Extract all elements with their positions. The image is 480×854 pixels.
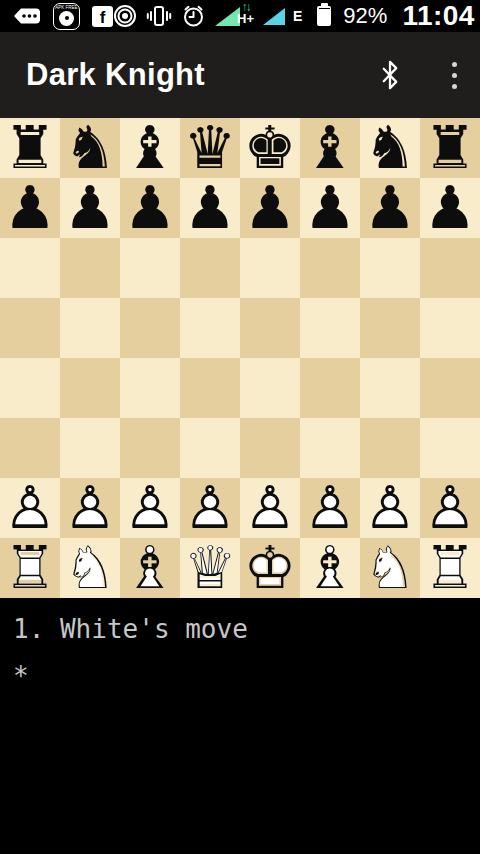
square-e7[interactable]: ♟ — [240, 178, 300, 238]
square-e8[interactable]: ♚ — [240, 118, 300, 178]
square-e5[interactable] — [240, 298, 300, 358]
square-d6[interactable] — [180, 238, 240, 298]
square-d7[interactable]: ♟ — [180, 178, 240, 238]
square-h8[interactable]: ♜ — [420, 118, 480, 178]
white-knight: ♞♘ — [360, 538, 420, 598]
move-list: 1. White's move * — [0, 598, 480, 854]
square-b2[interactable]: ♟♙ — [60, 478, 120, 538]
clock-text: 11:04 — [402, 0, 475, 32]
square-h2[interactable]: ♟♙ — [420, 478, 480, 538]
white-queen: ♛♕ — [180, 538, 240, 598]
square-d5[interactable] — [180, 298, 240, 358]
chat-bubble-icon — [13, 5, 41, 27]
white-pawn: ♟♙ — [60, 478, 120, 538]
square-h6[interactable] — [420, 238, 480, 298]
square-f3[interactable] — [300, 418, 360, 478]
square-d2[interactable]: ♟♙ — [180, 478, 240, 538]
black-pawn: ♟ — [360, 178, 420, 238]
mobile-data-indicator: ↑↓ H+ — [237, 2, 254, 25]
alarm-clock-icon — [181, 4, 206, 28]
square-g5[interactable] — [360, 298, 420, 358]
screen: APK FREE f — [0, 0, 480, 854]
white-pawn: ♟♙ — [360, 478, 420, 538]
black-pawn: ♟ — [120, 178, 180, 238]
black-rook: ♜ — [0, 118, 60, 178]
black-pawn: ♟ — [240, 178, 300, 238]
square-b3[interactable] — [60, 418, 120, 478]
square-c4[interactable] — [120, 358, 180, 418]
white-pawn: ♟♙ — [180, 478, 240, 538]
data-arrows-icon: ↑↓ — [241, 2, 249, 12]
white-knight: ♞♘ — [60, 538, 120, 598]
black-pawn: ♟ — [180, 178, 240, 238]
square-a5[interactable] — [0, 298, 60, 358]
square-b6[interactable] — [60, 238, 120, 298]
black-bishop: ♝ — [300, 118, 360, 178]
white-pawn: ♟♙ — [0, 478, 60, 538]
status-bar: APK FREE f — [0, 0, 480, 32]
square-h1[interactable]: ♜♖ — [420, 538, 480, 598]
bluetooth-button[interactable] — [380, 60, 400, 90]
square-e4[interactable] — [240, 358, 300, 418]
overflow-menu-button[interactable] — [448, 58, 461, 93]
signal-triangle-icon — [263, 8, 285, 25]
square-c2[interactable]: ♟♙ — [120, 478, 180, 538]
apk-app-icon-disc — [59, 11, 74, 26]
square-g3[interactable] — [360, 418, 420, 478]
white-bishop: ♝♗ — [300, 538, 360, 598]
white-pawn: ♟♙ — [120, 478, 180, 538]
square-a2[interactable]: ♟♙ — [0, 478, 60, 538]
system-icons: ↑↓ H+ E 92% 11:04 — [113, 0, 475, 32]
facebook-icon: f — [92, 6, 113, 27]
square-d4[interactable] — [180, 358, 240, 418]
battery-percent: 92% — [343, 3, 387, 29]
square-g1[interactable]: ♞♘ — [360, 538, 420, 598]
app-bar: Dark Knight — [0, 32, 480, 118]
square-a8[interactable]: ♜ — [0, 118, 60, 178]
app-bar-actions — [380, 58, 461, 93]
white-pawn: ♟♙ — [420, 478, 480, 538]
black-pawn: ♟ — [60, 178, 120, 238]
white-bishop: ♝♗ — [120, 538, 180, 598]
square-g8[interactable]: ♞ — [360, 118, 420, 178]
square-a4[interactable] — [0, 358, 60, 418]
square-d8[interactable]: ♛ — [180, 118, 240, 178]
vibrate-icon — [146, 4, 172, 28]
black-rook: ♜ — [420, 118, 480, 178]
white-king: ♚♔ — [240, 538, 300, 598]
square-g2[interactable]: ♟♙ — [360, 478, 420, 538]
square-c3[interactable] — [120, 418, 180, 478]
app-title: Dark Knight — [26, 57, 205, 93]
black-bishop: ♝ — [120, 118, 180, 178]
square-h4[interactable] — [420, 358, 480, 418]
square-b7[interactable]: ♟ — [60, 178, 120, 238]
square-f1[interactable]: ♝♗ — [300, 538, 360, 598]
square-a1[interactable]: ♜♖ — [0, 538, 60, 598]
square-f8[interactable]: ♝ — [300, 118, 360, 178]
white-rook: ♜♖ — [0, 538, 60, 598]
black-pawn: ♟ — [420, 178, 480, 238]
network-type-label: H+ — [237, 12, 254, 25]
game-result-marker: * — [13, 661, 467, 691]
square-b8[interactable]: ♞ — [60, 118, 120, 178]
chess-board: ♜♞♝♛♚♝♞♜♟♟♟♟♟♟♟♟♟♙♟♙♟♙♟♙♟♙♟♙♟♙♟♙♜♖♞♘♝♗♛♕… — [0, 118, 480, 598]
black-queen: ♛ — [180, 118, 240, 178]
square-f6[interactable] — [300, 238, 360, 298]
square-b5[interactable] — [60, 298, 120, 358]
square-f5[interactable] — [300, 298, 360, 358]
square-b1[interactable]: ♞♘ — [60, 538, 120, 598]
square-c8[interactable]: ♝ — [120, 118, 180, 178]
square-h5[interactable] — [420, 298, 480, 358]
square-f2[interactable]: ♟♙ — [300, 478, 360, 538]
square-a7[interactable]: ♟ — [0, 178, 60, 238]
square-d1[interactable]: ♛♕ — [180, 538, 240, 598]
battery-icon — [317, 6, 331, 26]
square-e1[interactable]: ♚♔ — [240, 538, 300, 598]
square-a3[interactable] — [0, 418, 60, 478]
black-knight: ♞ — [360, 118, 420, 178]
white-pawn: ♟♙ — [300, 478, 360, 538]
square-h7[interactable]: ♟ — [420, 178, 480, 238]
square-g7[interactable]: ♟ — [360, 178, 420, 238]
square-d3[interactable] — [180, 418, 240, 478]
square-g4[interactable] — [360, 358, 420, 418]
square-e6[interactable] — [240, 238, 300, 298]
notification-icons: APK FREE f — [13, 3, 113, 30]
square-e3[interactable] — [240, 418, 300, 478]
move-text: 1. White's move — [13, 614, 467, 644]
white-pawn: ♟♙ — [240, 478, 300, 538]
square-c6[interactable] — [120, 238, 180, 298]
square-g6[interactable] — [360, 238, 420, 298]
square-f4[interactable] — [300, 358, 360, 418]
square-c5[interactable] — [120, 298, 180, 358]
square-b4[interactable] — [60, 358, 120, 418]
signal-indicator-1: ↑↓ H+ — [215, 7, 254, 26]
black-king: ♚ — [240, 118, 300, 178]
square-h3[interactable] — [420, 418, 480, 478]
square-c7[interactable]: ♟ — [120, 178, 180, 238]
square-e2[interactable]: ♟♙ — [240, 478, 300, 538]
broadcast-icon — [113, 4, 137, 28]
apk-app-icon-label: APK FREE — [55, 4, 77, 9]
signal-indicator-2 — [263, 8, 285, 25]
white-rook: ♜♖ — [420, 538, 480, 598]
black-pawn: ♟ — [300, 178, 360, 238]
network-type-label-2: E — [293, 8, 302, 24]
black-pawn: ♟ — [0, 178, 60, 238]
apk-app-icon: APK FREE — [53, 3, 80, 30]
square-a6[interactable] — [0, 238, 60, 298]
square-f7[interactable]: ♟ — [300, 178, 360, 238]
black-knight: ♞ — [60, 118, 120, 178]
square-c1[interactable]: ♝♗ — [120, 538, 180, 598]
